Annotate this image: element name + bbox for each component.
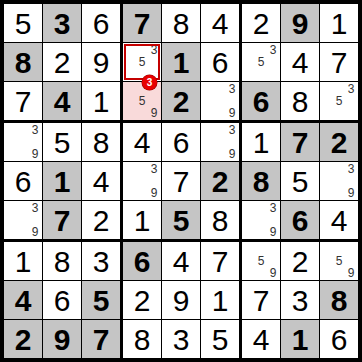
given-digit: 1 [173, 48, 190, 78]
cell-r6c5[interactable]: 5 [162, 201, 200, 239]
cell-r3c9[interactable]: 35 [320, 82, 358, 120]
solved-digit: 8 [212, 206, 229, 236]
candidate-digit: 3 [267, 202, 279, 214]
candidate-digit: 5 [255, 255, 267, 267]
cell-r7c4[interactable]: 6 [123, 242, 161, 280]
cell-r4c7[interactable]: 1 [242, 123, 280, 161]
solved-digit: 4 [253, 325, 270, 355]
cell-r1c5[interactable]: 8 [162, 4, 200, 42]
cell-r3c1[interactable]: 7 [4, 82, 42, 120]
cell-r8c3[interactable]: 5 [82, 281, 120, 319]
given-digit: 9 [54, 325, 71, 355]
cell-r4c6[interactable]: 39 [201, 123, 239, 161]
cell-r9c5[interactable]: 3 [162, 320, 200, 358]
cell-r7c5[interactable]: 4 [162, 242, 200, 280]
given-digit: 9 [292, 9, 309, 39]
cell-r2c7[interactable]: 35 [242, 43, 280, 81]
solved-digit: 8 [93, 128, 110, 158]
cell-r4c4[interactable]: 4 [123, 123, 161, 161]
cell-r9c4[interactable]: 8 [123, 320, 161, 358]
solved-digit: 3 [173, 325, 190, 355]
solved-digit: 1 [212, 286, 229, 316]
solved-digit: 6 [54, 286, 71, 316]
given-digit: 2 [331, 128, 348, 158]
candidate-digit: 3 [345, 83, 357, 95]
cell-r8c9[interactable]: 8 [320, 281, 358, 319]
cell-r1c3[interactable]: 6 [82, 4, 120, 42]
cell-r4c1[interactable]: 39 [4, 123, 42, 161]
cell-r6c2[interactable]: 7 [43, 201, 81, 239]
cell-r2c6[interactable]: 6 [201, 43, 239, 81]
cell-r6c4[interactable]: 1 [123, 201, 161, 239]
candidate-digit: 9 [267, 267, 279, 279]
candidate-grid: 59 [124, 83, 160, 119]
solved-digit: 7 [253, 286, 270, 316]
candidate-digit: 9 [148, 107, 160, 119]
cell-r3c4[interactable]: 593 [123, 82, 161, 120]
candidate-digit: 3 [226, 124, 238, 136]
solved-digit: 5 [15, 9, 32, 39]
given-digit: 5 [173, 206, 190, 236]
solved-digit: 1 [15, 247, 32, 277]
candidate-digit: 9 [267, 226, 279, 238]
solved-digit: 7 [173, 167, 190, 197]
cell-r3c7[interactable]: 6 [242, 82, 280, 120]
solved-digit: 6 [173, 128, 190, 158]
given-digit: 3 [54, 9, 71, 39]
cell-r5c4[interactable]: 39 [123, 162, 161, 200]
cell-r3c8[interactable]: 8 [281, 82, 319, 120]
given-digit: 2 [212, 167, 229, 197]
candidate-digit: 3 [148, 163, 160, 175]
cell-r3c3[interactable]: 1 [82, 82, 120, 120]
solved-digit: 6 [212, 48, 229, 78]
cell-r7c9[interactable]: 59 [320, 242, 358, 280]
candidate-grid: 39 [5, 202, 41, 238]
solved-digit: 1 [253, 128, 270, 158]
candidate-grid: 59 [321, 243, 357, 279]
cell-r5c5[interactable]: 7 [162, 162, 200, 200]
candidate-digit: 5 [255, 56, 267, 68]
solved-digit: 6 [15, 167, 32, 197]
candidate-grid: 39 [202, 83, 238, 119]
cell-r2c1[interactable]: 8 [4, 43, 42, 81]
solved-digit: 7 [331, 48, 348, 78]
cell-r9c3[interactable]: 7 [82, 320, 120, 358]
cell-r7c2[interactable]: 8 [43, 242, 81, 280]
solved-digit: 8 [54, 247, 71, 277]
cell-r1c7[interactable]: 2 [242, 4, 280, 42]
solved-digit: 2 [54, 48, 71, 78]
solved-digit: 6 [331, 325, 348, 355]
candidate-digit: 9 [29, 226, 41, 238]
cell-r6c6[interactable]: 8 [201, 201, 239, 239]
given-digit: 4 [15, 286, 32, 316]
cell-r3c5[interactable]: 2 [162, 82, 200, 120]
cell-r4c5[interactable]: 6 [162, 123, 200, 161]
cell-r6c1[interactable]: 39 [4, 201, 42, 239]
candidate-digit: 5 [136, 95, 148, 107]
cell-r4c8[interactable]: 7 [281, 123, 319, 161]
cell-r1c4[interactable]: 7 [123, 4, 161, 42]
candidate-digit: 9 [226, 107, 238, 119]
cell-r9c1[interactable]: 2 [4, 320, 42, 358]
cell-r3c2[interactable]: 4 [43, 82, 81, 120]
candidate-digit: 3 [29, 124, 41, 136]
given-digit: 6 [253, 87, 270, 117]
cell-r3c6[interactable]: 39 [201, 82, 239, 120]
cell-r6c3[interactable]: 2 [82, 201, 120, 239]
given-digit: 8 [15, 48, 32, 78]
solved-digit: 4 [93, 167, 110, 197]
cell-r7c3[interactable]: 3 [82, 242, 120, 280]
cell-r8c4[interactable]: 2 [123, 281, 161, 319]
solved-digit: 4 [134, 128, 151, 158]
given-digit: 4 [54, 87, 71, 117]
given-digit: 6 [292, 206, 309, 236]
solved-digit: 5 [292, 167, 309, 197]
cell-r1c2[interactable]: 3 [43, 4, 81, 42]
candidate-grid: 35 [243, 44, 279, 80]
candidate-digit: 9 [345, 187, 357, 199]
error-badge: 3 [142, 75, 157, 90]
solved-digit: 2 [134, 286, 151, 316]
given-digit: 1 [292, 325, 309, 355]
given-digit: 7 [292, 128, 309, 158]
cell-r9c7[interactable]: 4 [242, 320, 280, 358]
given-digit: 5 [93, 286, 110, 316]
solved-digit: 3 [292, 286, 309, 316]
candidate-digit: 3 [345, 163, 357, 175]
candidate-grid: 59 [243, 243, 279, 279]
cell-r9c8[interactable]: 1 [281, 320, 319, 358]
candidate-grid: 35 [321, 83, 357, 119]
candidate-digit: 5 [136, 56, 148, 68]
cell-r5c3[interactable]: 4 [82, 162, 120, 200]
cell-r4c2[interactable]: 5 [43, 123, 81, 161]
cell-r1c1[interactable]: 5 [4, 4, 42, 42]
solved-digit: 3 [93, 247, 110, 277]
cell-r1c9[interactable]: 1 [320, 4, 358, 42]
solved-digit: 9 [173, 286, 190, 316]
cell-r4c3[interactable]: 8 [82, 123, 120, 161]
cell-r5c2[interactable]: 1 [43, 162, 81, 200]
cell-r8c2[interactable]: 6 [43, 281, 81, 319]
solved-digit: 8 [292, 87, 309, 117]
cell-r2c9[interactable]: 7 [320, 43, 358, 81]
candidate-digit: 9 [345, 267, 357, 279]
candidate-grid: 39 [124, 163, 160, 199]
candidate-digit: 9 [29, 148, 41, 160]
candidate-digit: 3 [267, 44, 279, 56]
candidate-digit: 3 [148, 44, 160, 56]
cell-r9c6[interactable]: 5 [201, 320, 239, 358]
solved-digit: 8 [173, 9, 190, 39]
solved-digit: 1 [134, 206, 151, 236]
given-digit: 8 [253, 167, 270, 197]
candidate-grid: 39 [321, 163, 357, 199]
solved-digit: 5 [212, 325, 229, 355]
candidate-digit: 9 [226, 148, 238, 160]
candidate-grid: 39 [202, 124, 238, 160]
solved-digit: 4 [212, 9, 229, 39]
candidate-digit: 5 [333, 95, 345, 107]
cell-r8c5[interactable]: 9 [162, 281, 200, 319]
cell-r5c7[interactable]: 8 [242, 162, 280, 200]
cell-r2c8[interactable]: 4 [281, 43, 319, 81]
cell-r8c7[interactable]: 7 [242, 281, 280, 319]
cell-r4c9[interactable]: 2 [320, 123, 358, 161]
given-digit: 2 [15, 325, 32, 355]
candidate-grid: 39 [5, 124, 41, 160]
cell-r5c6[interactable]: 2 [201, 162, 239, 200]
cell-r2c4[interactable]: 35 [123, 43, 161, 81]
solved-digit: 7 [212, 247, 229, 277]
solved-digit: 5 [54, 128, 71, 158]
solved-digit: 4 [292, 48, 309, 78]
candidate-digit: 5 [333, 255, 345, 267]
candidate-digit: 3 [226, 83, 238, 95]
given-digit: 6 [134, 247, 151, 277]
solved-digit: 1 [331, 9, 348, 39]
cell-r2c2[interactable]: 2 [43, 43, 81, 81]
cell-r6c8[interactable]: 6 [281, 201, 319, 239]
sudoku-board: 5367842918293516354774159323968353958463… [0, 0, 362, 362]
solved-digit: 7 [15, 87, 32, 117]
candidate-grid: 39 [243, 202, 279, 238]
solved-digit: 4 [331, 206, 348, 236]
cell-r8c1[interactable]: 4 [4, 281, 42, 319]
cell-r7c7[interactable]: 59 [242, 242, 280, 280]
solved-digit: 2 [93, 206, 110, 236]
cell-r6c9[interactable]: 4 [320, 201, 358, 239]
candidate-digit: 9 [148, 187, 160, 199]
cell-r1c6[interactable]: 4 [201, 4, 239, 42]
solved-digit: 6 [93, 9, 110, 39]
cell-r2c3[interactable]: 9 [82, 43, 120, 81]
given-digit: 7 [134, 9, 151, 39]
solved-digit: 4 [173, 247, 190, 277]
cell-r7c8[interactable]: 2 [281, 242, 319, 280]
cell-r8c8[interactable]: 3 [281, 281, 319, 319]
cell-r2c5[interactable]: 1 [162, 43, 200, 81]
candidate-grid: 35 [124, 44, 160, 80]
cell-r7c6[interactable]: 7 [201, 242, 239, 280]
solved-digit: 9 [93, 48, 110, 78]
given-digit: 1 [54, 167, 71, 197]
cell-r1c8[interactable]: 9 [281, 4, 319, 42]
solved-digit: 1 [93, 87, 110, 117]
cell-r5c8[interactable]: 5 [281, 162, 319, 200]
cell-r8c6[interactable]: 1 [201, 281, 239, 319]
given-digit: 7 [54, 206, 71, 236]
cell-r9c9[interactable]: 6 [320, 320, 358, 358]
given-digit: 8 [331, 286, 348, 316]
cell-r7c1[interactable]: 1 [4, 242, 42, 280]
candidate-digit: 3 [29, 202, 41, 214]
given-digit: 7 [93, 325, 110, 355]
given-digit: 2 [173, 87, 190, 117]
cell-r5c1[interactable]: 6 [4, 162, 42, 200]
cell-r6c7[interactable]: 39 [242, 201, 280, 239]
solved-digit: 2 [253, 9, 270, 39]
solved-digit: 8 [134, 325, 151, 355]
solved-digit: 2 [292, 247, 309, 277]
cell-r9c2[interactable]: 9 [43, 320, 81, 358]
cell-r5c9[interactable]: 39 [320, 162, 358, 200]
